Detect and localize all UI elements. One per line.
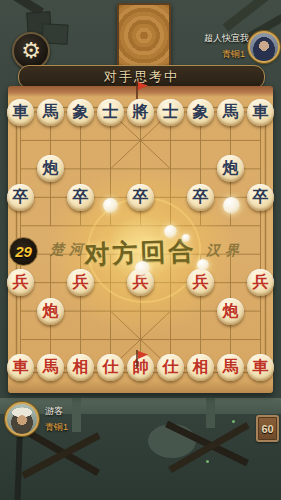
black-horse-piece[interactable]: 馬 bbox=[37, 99, 64, 126]
board-intersection[interactable]: 兵 bbox=[246, 268, 276, 296]
board-intersection[interactable] bbox=[156, 183, 186, 211]
board-intersection[interactable]: 象 bbox=[66, 98, 96, 126]
board-intersection[interactable] bbox=[36, 325, 66, 353]
black-cannon-piece[interactable]: 炮 bbox=[37, 155, 64, 182]
board-intersection[interactable] bbox=[66, 240, 96, 268]
opponent-name: 超人快宜我 bbox=[204, 32, 249, 45]
red-soldier-piece[interactable]: 兵 bbox=[247, 269, 274, 296]
board-intersection[interactable] bbox=[246, 155, 276, 183]
board-intersection[interactable]: 仕 bbox=[96, 354, 126, 382]
player-avatar[interactable] bbox=[5, 402, 39, 436]
board-intersection[interactable] bbox=[96, 268, 126, 296]
red-horse-piece[interactable]: 馬 bbox=[217, 354, 244, 381]
board-intersection[interactable] bbox=[246, 325, 276, 353]
board-intersection[interactable]: 馬 bbox=[216, 354, 246, 382]
red-cannon-piece[interactable]: 炮 bbox=[217, 298, 244, 325]
board-intersection[interactable]: 馬 bbox=[36, 98, 66, 126]
board-intersection[interactable]: 馬 bbox=[216, 98, 246, 126]
black-chariot-piece[interactable]: 車 bbox=[247, 99, 274, 126]
board-intersection[interactable] bbox=[246, 126, 276, 154]
gear-icon: ⚙ bbox=[21, 40, 41, 62]
board-intersection[interactable]: 兵 bbox=[126, 268, 156, 296]
board-intersection[interactable]: 士 bbox=[96, 98, 126, 126]
red-palace-flag-icon bbox=[134, 349, 150, 369]
board-intersection[interactable] bbox=[156, 240, 186, 268]
board-intersection[interactable] bbox=[96, 325, 126, 353]
board-intersection[interactable] bbox=[6, 126, 36, 154]
board-intersection[interactable] bbox=[36, 212, 66, 240]
board-intersection[interactable] bbox=[96, 240, 126, 268]
board-intersection[interactable] bbox=[216, 183, 246, 211]
board-intersection[interactable]: 相 bbox=[66, 354, 96, 382]
board-intersection[interactable] bbox=[6, 325, 36, 353]
board-intersection[interactable] bbox=[126, 212, 156, 240]
board-intersection[interactable] bbox=[66, 325, 96, 353]
board-intersection[interactable] bbox=[6, 155, 36, 183]
board-intersection[interactable] bbox=[246, 297, 276, 325]
board-intersection[interactable]: 炮 bbox=[216, 155, 246, 183]
red-soldier-piece[interactable]: 兵 bbox=[187, 269, 214, 296]
board-intersection[interactable]: 車 bbox=[6, 98, 36, 126]
board-intersection[interactable] bbox=[36, 268, 66, 296]
black-advisor-piece[interactable]: 士 bbox=[157, 99, 184, 126]
card-back bbox=[117, 3, 171, 68]
board-intersection[interactable] bbox=[156, 325, 186, 353]
board-intersection[interactable]: 車 bbox=[6, 354, 36, 382]
board-intersection[interactable] bbox=[156, 297, 186, 325]
board-intersection[interactable]: 兵 bbox=[186, 268, 216, 296]
opponent-rank: 青铜1 bbox=[222, 48, 245, 61]
board-intersection[interactable] bbox=[96, 155, 126, 183]
board-intersection[interactable] bbox=[186, 297, 216, 325]
board-intersection[interactable] bbox=[186, 155, 216, 183]
board-intersection[interactable] bbox=[66, 212, 96, 240]
opponent-avatar[interactable] bbox=[248, 31, 280, 63]
board-intersection[interactable] bbox=[36, 126, 66, 154]
board-intersection[interactable]: 車 bbox=[246, 354, 276, 382]
board-intersection[interactable] bbox=[66, 155, 96, 183]
board-intersection[interactable] bbox=[156, 212, 186, 240]
red-soldier-piece[interactable]: 兵 bbox=[7, 269, 34, 296]
red-chariot-piece[interactable]: 車 bbox=[247, 354, 274, 381]
board-intersection[interactable] bbox=[216, 325, 246, 353]
red-elephant-piece[interactable]: 相 bbox=[67, 354, 94, 381]
board-intersection[interactable] bbox=[66, 126, 96, 154]
red-soldier-piece[interactable]: 兵 bbox=[67, 269, 94, 296]
board-intersection[interactable]: 卒 bbox=[66, 183, 96, 211]
board-intersection[interactable] bbox=[216, 240, 246, 268]
opponent-plate[interactable]: 超人快宜我 青铜1 bbox=[171, 30, 281, 64]
board-intersection[interactable]: 象 bbox=[186, 98, 216, 126]
black-general-piece[interactable]: 將 bbox=[127, 99, 154, 126]
board-intersection[interactable] bbox=[6, 297, 36, 325]
board-intersection[interactable] bbox=[216, 212, 246, 240]
board-intersection[interactable] bbox=[96, 212, 126, 240]
black-chariot-piece[interactable]: 車 bbox=[7, 99, 34, 126]
board-intersection[interactable]: 車 bbox=[246, 98, 276, 126]
red-elephant-piece[interactable]: 相 bbox=[187, 354, 214, 381]
board-intersection[interactable] bbox=[216, 126, 246, 154]
board-intersection[interactable] bbox=[96, 183, 126, 211]
board-intersection[interactable] bbox=[156, 155, 186, 183]
black-palace-flag-icon bbox=[134, 80, 150, 100]
board-intersection[interactable] bbox=[6, 240, 36, 268]
board-intersection[interactable] bbox=[186, 126, 216, 154]
player-name: 游客 bbox=[45, 405, 63, 418]
board-intersection[interactable] bbox=[156, 126, 186, 154]
player-plate[interactable]: 游客 青铜1 bbox=[5, 401, 125, 437]
red-chariot-piece[interactable]: 車 bbox=[7, 354, 34, 381]
board-intersection[interactable] bbox=[156, 268, 186, 296]
board-intersection[interactable] bbox=[186, 325, 216, 353]
board-intersection[interactable]: 卒 bbox=[246, 183, 276, 211]
board-intersection[interactable]: 士 bbox=[156, 98, 186, 126]
board-intersection[interactable] bbox=[126, 126, 156, 154]
black-soldier-piece[interactable]: 卒 bbox=[7, 184, 34, 211]
black-soldier-piece[interactable]: 卒 bbox=[247, 184, 274, 211]
black-soldier-piece[interactable]: 卒 bbox=[127, 184, 154, 211]
board-intersection[interactable]: 炮 bbox=[36, 155, 66, 183]
board-intersection[interactable]: 兵 bbox=[66, 268, 96, 296]
bottom-counter-badge[interactable]: 60 bbox=[256, 415, 279, 442]
board-intersection[interactable] bbox=[126, 240, 156, 268]
bottom-counter-value: 60 bbox=[261, 423, 273, 435]
board-intersection[interactable]: 馬 bbox=[36, 354, 66, 382]
black-cannon-piece[interactable]: 炮 bbox=[217, 155, 244, 182]
board-intersection[interactable]: 炮 bbox=[216, 297, 246, 325]
board-intersection[interactable] bbox=[96, 126, 126, 154]
background-speck bbox=[206, 460, 209, 463]
black-elephant-piece[interactable]: 象 bbox=[67, 99, 94, 126]
board-intersection[interactable] bbox=[126, 297, 156, 325]
board-intersection[interactable]: 相 bbox=[186, 354, 216, 382]
red-soldier-piece[interactable]: 兵 bbox=[127, 269, 154, 296]
board-intersection[interactable] bbox=[246, 240, 276, 268]
board-intersection[interactable] bbox=[66, 297, 96, 325]
board-intersection[interactable] bbox=[186, 240, 216, 268]
board-grid: 車馬象士將士象馬車炮炮卒卒卒卒卒兵兵兵兵兵炮炮車馬相仕帥仕相馬車 bbox=[6, 98, 276, 382]
black-soldier-piece[interactable]: 卒 bbox=[67, 184, 94, 211]
board-intersection[interactable] bbox=[246, 212, 276, 240]
black-elephant-piece[interactable]: 象 bbox=[187, 99, 214, 126]
background-post bbox=[206, 398, 215, 428]
black-horse-piece[interactable]: 馬 bbox=[217, 99, 244, 126]
board-intersection[interactable] bbox=[36, 240, 66, 268]
board-intersection[interactable] bbox=[36, 183, 66, 211]
board-intersection[interactable] bbox=[186, 212, 216, 240]
red-horse-piece[interactable]: 馬 bbox=[37, 354, 64, 381]
black-soldier-piece[interactable]: 卒 bbox=[187, 184, 214, 211]
game-screen: ⚙ 超人快宜我 青铜1 对手思考中 楚河 汉界 对方回合 29 車馬象士將士象馬… bbox=[0, 0, 281, 500]
red-advisor-piece[interactable]: 仕 bbox=[97, 354, 124, 381]
background-speck bbox=[232, 420, 235, 423]
red-advisor-piece[interactable]: 仕 bbox=[157, 354, 184, 381]
board-intersection[interactable]: 炮 bbox=[36, 297, 66, 325]
board-intersection[interactable]: 卒 bbox=[126, 183, 156, 211]
board-intersection[interactable] bbox=[96, 297, 126, 325]
board-intersection[interactable]: 仕 bbox=[156, 354, 186, 382]
board-intersection[interactable]: 兵 bbox=[6, 268, 36, 296]
board-intersection[interactable]: 卒 bbox=[186, 183, 216, 211]
player-rank: 青铜1 bbox=[45, 421, 68, 434]
red-cannon-piece[interactable]: 炮 bbox=[37, 298, 64, 325]
board-intersection[interactable]: 將 bbox=[126, 98, 156, 126]
board-intersection[interactable]: 卒 bbox=[6, 183, 36, 211]
board-intersection[interactable] bbox=[126, 155, 156, 183]
board-intersection[interactable] bbox=[216, 268, 246, 296]
black-advisor-piece[interactable]: 士 bbox=[97, 99, 124, 126]
board-intersection[interactable] bbox=[6, 212, 36, 240]
